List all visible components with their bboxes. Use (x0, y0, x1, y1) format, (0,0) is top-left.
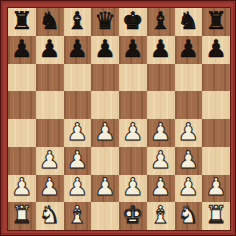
piece-white-pawn[interactable]: ♟ (67, 175, 89, 199)
square-f3[interactable]: ♟ (147, 147, 175, 175)
square-e5[interactable] (119, 91, 147, 119)
square-b1[interactable]: ♞ (36, 202, 64, 230)
square-h3[interactable] (202, 147, 230, 175)
square-b8[interactable]: ♞ (36, 8, 64, 36)
piece-white-pawn[interactable]: ♟ (122, 120, 144, 144)
piece-white-pawn[interactable]: ♟ (205, 175, 227, 199)
square-a5[interactable] (8, 91, 36, 119)
piece-white-knight[interactable]: ♞ (39, 203, 61, 227)
square-a8[interactable]: ♜ (8, 8, 36, 36)
square-h5[interactable] (202, 91, 230, 119)
square-f5[interactable] (147, 91, 175, 119)
piece-black-pawn[interactable]: ♟ (11, 37, 33, 61)
square-g2[interactable]: ♟ (175, 175, 203, 203)
square-h8[interactable]: ♜ (202, 8, 230, 36)
square-b7[interactable]: ♟ (36, 36, 64, 64)
piece-white-pawn[interactable]: ♟ (122, 175, 144, 199)
piece-white-pawn[interactable]: ♟ (150, 175, 172, 199)
square-d7[interactable]: ♟ (91, 36, 119, 64)
square-f8[interactable]: ♝ (147, 8, 175, 36)
piece-white-rook[interactable]: ♜ (205, 203, 227, 227)
piece-black-pawn[interactable]: ♟ (122, 37, 144, 61)
square-e2[interactable]: ♟ (119, 175, 147, 203)
piece-white-bishop[interactable]: ♝ (150, 203, 172, 227)
piece-white-pawn[interactable]: ♟ (39, 175, 61, 199)
piece-white-pawn[interactable]: ♟ (94, 175, 116, 199)
piece-white-pawn[interactable]: ♟ (67, 120, 89, 144)
square-f1[interactable]: ♝ (147, 202, 175, 230)
square-b5[interactable] (36, 91, 64, 119)
square-c3[interactable]: ♟ (64, 147, 92, 175)
square-b6[interactable] (36, 64, 64, 92)
square-d8[interactable]: ♛ (91, 8, 119, 36)
piece-white-pawn[interactable]: ♟ (178, 148, 200, 172)
square-f7[interactable]: ♟ (147, 36, 175, 64)
piece-white-rook[interactable]: ♜ (11, 203, 33, 227)
piece-black-king[interactable]: ♚ (122, 9, 144, 33)
board-frame: ♜♞♝♛♚♝♞♜♟♟♟♟♟♟♟♟♟♟♟♟♟♟♟♟♟♟♟♟♟♟♟♟♟♜♞♝♚♝♞♜ (0, 0, 236, 236)
square-c8[interactable]: ♝ (64, 8, 92, 36)
piece-black-pawn[interactable]: ♟ (178, 37, 200, 61)
square-a7[interactable]: ♟ (8, 36, 36, 64)
piece-black-pawn[interactable]: ♟ (67, 37, 89, 61)
square-h1[interactable]: ♜ (202, 202, 230, 230)
square-e6[interactable] (119, 64, 147, 92)
piece-black-bishop[interactable]: ♝ (150, 9, 172, 33)
square-c1[interactable]: ♝ (64, 202, 92, 230)
piece-black-rook[interactable]: ♜ (205, 9, 227, 33)
square-d5[interactable] (91, 91, 119, 119)
square-a2[interactable]: ♟ (8, 175, 36, 203)
piece-black-knight[interactable]: ♞ (39, 9, 61, 33)
square-a3[interactable] (8, 147, 36, 175)
square-f6[interactable] (147, 64, 175, 92)
piece-white-pawn[interactable]: ♟ (39, 148, 61, 172)
square-e8[interactable]: ♚ (119, 8, 147, 36)
piece-black-pawn[interactable]: ♟ (94, 37, 116, 61)
piece-black-queen[interactable]: ♛ (94, 9, 116, 33)
square-a6[interactable] (8, 64, 36, 92)
square-h6[interactable] (202, 64, 230, 92)
piece-white-knight[interactable]: ♞ (178, 203, 200, 227)
square-d1[interactable] (91, 202, 119, 230)
square-d4[interactable]: ♟ (91, 119, 119, 147)
square-e1[interactable]: ♚ (119, 202, 147, 230)
square-b2[interactable]: ♟ (36, 175, 64, 203)
piece-white-king[interactable]: ♚ (122, 203, 144, 227)
piece-black-pawn[interactable]: ♟ (39, 37, 61, 61)
square-h7[interactable]: ♟ (202, 36, 230, 64)
square-g1[interactable]: ♞ (175, 202, 203, 230)
piece-black-pawn[interactable]: ♟ (150, 37, 172, 61)
square-f4[interactable]: ♟ (147, 119, 175, 147)
piece-black-pawn[interactable]: ♟ (205, 37, 227, 61)
piece-white-pawn[interactable]: ♟ (67, 148, 89, 172)
square-d6[interactable] (91, 64, 119, 92)
square-d2[interactable]: ♟ (91, 175, 119, 203)
chess-board: ♜♞♝♛♚♝♞♜♟♟♟♟♟♟♟♟♟♟♟♟♟♟♟♟♟♟♟♟♟♟♟♟♟♜♞♝♚♝♞♜ (8, 8, 230, 230)
piece-white-pawn[interactable]: ♟ (178, 175, 200, 199)
piece-white-pawn[interactable]: ♟ (150, 120, 172, 144)
square-a4[interactable] (8, 119, 36, 147)
square-d3[interactable] (91, 147, 119, 175)
piece-white-bishop[interactable]: ♝ (67, 203, 89, 227)
square-a1[interactable]: ♜ (8, 202, 36, 230)
piece-black-bishop[interactable]: ♝ (67, 9, 89, 33)
piece-black-rook[interactable]: ♜ (11, 9, 33, 33)
piece-white-pawn[interactable]: ♟ (150, 148, 172, 172)
square-c7[interactable]: ♟ (64, 36, 92, 64)
piece-black-knight[interactable]: ♞ (178, 9, 200, 33)
square-c4[interactable]: ♟ (64, 119, 92, 147)
piece-white-pawn[interactable]: ♟ (178, 120, 200, 144)
square-c5[interactable] (64, 91, 92, 119)
piece-white-pawn[interactable]: ♟ (11, 175, 33, 199)
square-e4[interactable]: ♟ (119, 119, 147, 147)
square-g8[interactable]: ♞ (175, 8, 203, 36)
square-h4[interactable] (202, 119, 230, 147)
square-b3[interactable]: ♟ (36, 147, 64, 175)
square-e3[interactable] (119, 147, 147, 175)
square-b4[interactable] (36, 119, 64, 147)
square-g5[interactable] (175, 91, 203, 119)
square-g4[interactable]: ♟ (175, 119, 203, 147)
square-f2[interactable]: ♟ (147, 175, 175, 203)
square-e7[interactable]: ♟ (119, 36, 147, 64)
square-g6[interactable] (175, 64, 203, 92)
square-c2[interactable]: ♟ (64, 175, 92, 203)
square-g7[interactable]: ♟ (175, 36, 203, 64)
piece-white-pawn[interactable]: ♟ (94, 120, 116, 144)
square-h2[interactable]: ♟ (202, 175, 230, 203)
square-g3[interactable]: ♟ (175, 147, 203, 175)
square-c6[interactable] (64, 64, 92, 92)
